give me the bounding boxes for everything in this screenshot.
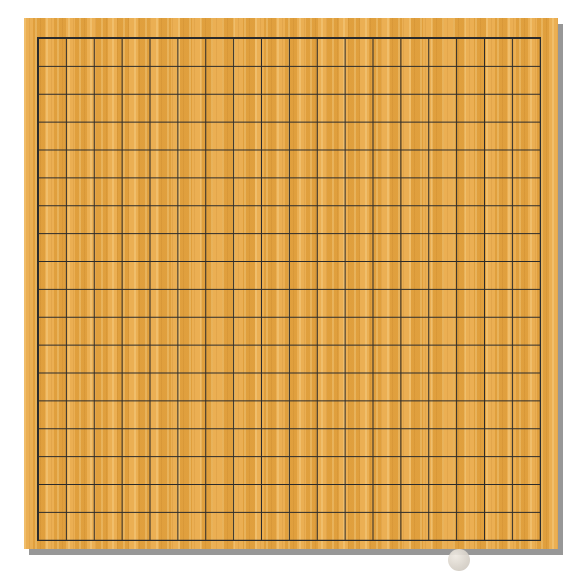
watermark-logo-icon xyxy=(448,549,470,571)
go-diagram xyxy=(0,0,582,586)
stones-layer xyxy=(24,24,554,554)
go-board xyxy=(24,18,558,549)
watermark xyxy=(448,547,582,573)
